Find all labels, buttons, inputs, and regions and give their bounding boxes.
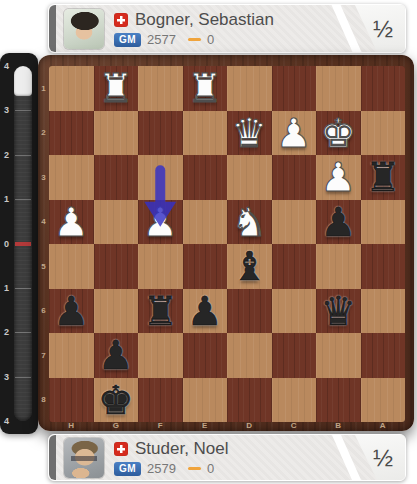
board-square-a4[interactable] — [361, 200, 406, 245]
board-square-d2[interactable]: ♛ — [227, 111, 272, 156]
board-square-d4[interactable]: ♞ — [227, 200, 272, 245]
white-pawn[interactable]: ♟ — [142, 202, 178, 242]
board-square-b4[interactable]: ♟ — [316, 200, 361, 245]
eval-tick — [15, 377, 31, 378]
board-square-d6[interactable] — [227, 289, 272, 334]
board-squares: ♜♜♛♟♚♟♜♟♟♞♟♝♟♜♟♛♟♚ — [49, 66, 405, 422]
board-square-e5[interactable] — [183, 244, 228, 289]
board-square-d7[interactable] — [227, 333, 272, 378]
black-pawn[interactable]: ♟ — [98, 335, 134, 375]
eval-tick — [15, 332, 31, 333]
board-square-g3[interactable] — [94, 155, 139, 200]
clock-bar-icon — [188, 467, 201, 470]
eval-tick — [15, 155, 31, 156]
board-square-b2[interactable]: ♚ — [316, 111, 361, 156]
eval-tick-label: 4 — [0, 417, 13, 426]
board-square-c1[interactable] — [272, 66, 317, 111]
board-square-a3[interactable]: ♜ — [361, 155, 406, 200]
board-square-c4[interactable] — [272, 200, 317, 245]
board-square-c6[interactable] — [272, 289, 317, 334]
swiss-flag-icon — [114, 442, 128, 456]
chess-board: 12345678 HGFEDCBA ♜♜♛♟♚♟♜♟♟♞♟♝♟♜♟♛♟♚ — [38, 55, 414, 431]
board-square-b1[interactable] — [316, 66, 361, 111]
white-pawn[interactable]: ♟ — [320, 157, 356, 197]
eval-tick-label: 2 — [0, 150, 13, 159]
board-square-h8[interactable] — [49, 378, 94, 423]
board-square-f5[interactable] — [138, 244, 183, 289]
board-square-f3[interactable] — [138, 155, 183, 200]
board-square-g6[interactable] — [94, 289, 139, 334]
player-card-top: Bogner, Sebastian GM 2577 0 ½ — [48, 4, 406, 53]
white-king[interactable]: ♚ — [320, 113, 356, 153]
board-square-e3[interactable] — [183, 155, 228, 200]
board-square-f7[interactable] — [138, 333, 183, 378]
eval-tick-label: 1 — [0, 195, 13, 204]
title-badge-top: GM — [114, 33, 141, 47]
board-square-g5[interactable] — [94, 244, 139, 289]
board-square-e6[interactable]: ♟ — [183, 289, 228, 334]
eval-tick — [15, 199, 31, 200]
white-queen[interactable]: ♛ — [231, 113, 267, 153]
player-name-top: Bogner, Sebastian — [135, 10, 274, 30]
board-square-b5[interactable] — [316, 244, 361, 289]
board-square-a1[interactable] — [361, 66, 406, 111]
board-square-f8[interactable] — [138, 378, 183, 423]
rank-label: 6 — [38, 289, 49, 334]
board-square-d1[interactable] — [227, 66, 272, 111]
eval-zero-marker — [15, 242, 31, 246]
board-square-a6[interactable] — [361, 289, 406, 334]
player-rating-top: 2577 — [147, 32, 176, 47]
eval-tick-label: 3 — [0, 372, 13, 381]
card-edge-strip — [49, 435, 56, 480]
rank-labels: 12345678 — [38, 66, 49, 422]
score-extra-bottom: 0 — [207, 461, 214, 476]
rank-label: 2 — [38, 111, 49, 156]
game-score-bottom: ½ — [373, 444, 393, 472]
board-square-g7[interactable]: ♟ — [94, 333, 139, 378]
rank-label: 7 — [38, 333, 49, 378]
board-square-f2[interactable] — [138, 111, 183, 156]
rank-label: 8 — [38, 378, 49, 423]
eval-gauge: 432101234 — [0, 53, 38, 434]
black-pawn[interactable]: ♟ — [320, 202, 356, 242]
rank-label: 4 — [38, 200, 49, 245]
broadcast-game-view: Bogner, Sebastian GM 2577 0 ½ 432101234 … — [0, 0, 417, 484]
white-pawn[interactable]: ♟ — [276, 113, 312, 153]
black-rook[interactable]: ♜ — [365, 157, 401, 197]
rank-label: 1 — [38, 66, 49, 111]
score-extra-top: 0 — [207, 32, 214, 47]
board-square-h6[interactable]: ♟ — [49, 289, 94, 334]
swiss-flag-icon — [114, 13, 128, 27]
eval-tick-label: 3 — [0, 106, 13, 115]
board-square-h7[interactable] — [49, 333, 94, 378]
rank-label: 3 — [38, 155, 49, 200]
black-queen[interactable]: ♛ — [320, 291, 356, 331]
card-edge-strip — [49, 5, 56, 52]
board-square-e8[interactable] — [183, 378, 228, 423]
eval-tick — [15, 288, 31, 289]
board-square-b8[interactable] — [316, 378, 361, 423]
board-square-b7[interactable] — [316, 333, 361, 378]
board-square-d3[interactable] — [227, 155, 272, 200]
black-rook[interactable]: ♜ — [142, 291, 178, 331]
board-square-g8[interactable]: ♚ — [94, 378, 139, 423]
eval-white-fill — [14, 66, 32, 96]
white-rook[interactable]: ♜ — [187, 68, 223, 108]
player-name-bottom: Studer, Noel — [135, 439, 229, 459]
board-square-g4[interactable] — [94, 200, 139, 245]
title-badge-bottom: GM — [114, 462, 141, 476]
black-king[interactable]: ♚ — [98, 380, 134, 420]
eval-tick-label: 0 — [0, 239, 13, 248]
board-square-h1[interactable] — [49, 66, 94, 111]
board-square-c5[interactable] — [272, 244, 317, 289]
board-square-f1[interactable] — [138, 66, 183, 111]
score-divider — [330, 434, 363, 481]
eval-tick-label: 2 — [0, 328, 13, 337]
board-square-e7[interactable] — [183, 333, 228, 378]
board-square-b6[interactable]: ♛ — [316, 289, 361, 334]
game-score-top: ½ — [373, 15, 393, 43]
board-square-a8[interactable] — [361, 378, 406, 423]
white-rook[interactable]: ♜ — [98, 68, 134, 108]
board-square-e4[interactable] — [183, 200, 228, 245]
board-square-g2[interactable] — [94, 111, 139, 156]
black-bishop[interactable]: ♝ — [231, 246, 267, 286]
eval-tick-label: 1 — [0, 283, 13, 292]
board-square-c3[interactable] — [272, 155, 317, 200]
board-square-e1[interactable]: ♜ — [183, 66, 228, 111]
board-square-d8[interactable] — [227, 378, 272, 423]
board-square-c2[interactable]: ♟ — [272, 111, 317, 156]
board-square-g1[interactable]: ♜ — [94, 66, 139, 111]
board-square-h2[interactable] — [49, 111, 94, 156]
clock-bar-icon — [188, 38, 201, 41]
player-rating-bottom: 2579 — [147, 461, 176, 476]
player-photo-bottom — [64, 438, 104, 478]
player-photo-top — [64, 9, 104, 49]
board-square-a7[interactable] — [361, 333, 406, 378]
board-square-a5[interactable] — [361, 244, 406, 289]
board-square-d5[interactable]: ♝ — [227, 244, 272, 289]
board-square-h4[interactable]: ♟ — [49, 200, 94, 245]
eval-gauge-bar — [14, 66, 32, 421]
eval-tick-label: 4 — [0, 62, 13, 71]
player-card-bottom: Studer, Noel GM 2579 0 ½ — [48, 434, 406, 481]
board-square-c7[interactable] — [272, 333, 317, 378]
board-square-h5[interactable] — [49, 244, 94, 289]
board-square-e2[interactable] — [183, 111, 228, 156]
black-pawn[interactable]: ♟ — [53, 291, 89, 331]
board-square-f4[interactable]: ♟ — [138, 200, 183, 245]
board-square-c8[interactable] — [272, 378, 317, 423]
eval-tick — [15, 110, 31, 111]
board-square-f6[interactable]: ♜ — [138, 289, 183, 334]
board-square-a2[interactable] — [361, 111, 406, 156]
board-square-b3[interactable]: ♟ — [316, 155, 361, 200]
eval-tick-labels: 432101234 — [0, 66, 13, 421]
white-knight[interactable]: ♞ — [231, 202, 267, 242]
rank-label: 5 — [38, 244, 49, 289]
white-pawn[interactable]: ♟ — [53, 202, 89, 242]
black-pawn[interactable]: ♟ — [187, 291, 223, 331]
board-square-h3[interactable] — [49, 155, 94, 200]
